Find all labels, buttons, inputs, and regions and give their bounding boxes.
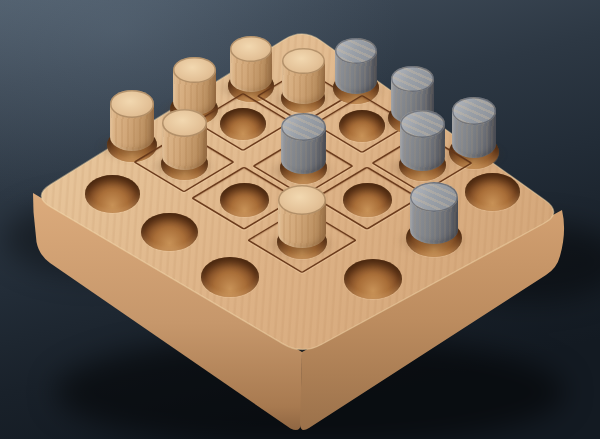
peg-gray-storage-ne-3[interactable] — [452, 97, 496, 160]
storage-w-corner[interactable] — [85, 175, 140, 212]
peg-gray-storage-ne-1[interactable] — [335, 38, 377, 96]
peg-top-face — [278, 185, 326, 215]
peg-gray-grid-cell-1-1[interactable] — [281, 113, 326, 176]
grid-cell-2-1[interactable] — [220, 183, 269, 216]
grid-cell-0-1[interactable] — [339, 110, 385, 141]
storage-sw-2[interactable] — [201, 257, 259, 296]
grid-cell-1-0[interactable] — [220, 108, 266, 139]
peg-light-grid-cell-2-0[interactable] — [162, 109, 207, 172]
peg-top-face — [173, 57, 216, 84]
peg-top-face — [391, 66, 434, 93]
peg-light-storage-nw-2[interactable] — [173, 57, 216, 117]
peg-gray-grid-cell-0-2[interactable] — [400, 110, 445, 173]
peg-top-face — [452, 97, 496, 124]
storage-sw-1[interactable] — [141, 213, 198, 252]
peg-top-face — [281, 113, 326, 141]
peg-top-face — [400, 110, 445, 138]
storage-se-2[interactable] — [344, 259, 402, 298]
peg-top-face — [162, 109, 207, 137]
peg-top-face — [282, 48, 325, 75]
peg-light-storage-nw-1[interactable] — [230, 36, 272, 94]
board-overlay — [0, 0, 600, 439]
peg-light-grid-cell-2-2[interactable] — [278, 185, 326, 250]
peg-gray-storage-se-1[interactable] — [410, 182, 458, 246]
photo-scene — [0, 0, 600, 439]
grid-cell-1-2[interactable] — [343, 183, 392, 216]
peg-light-grid-cell-0-0[interactable] — [282, 48, 325, 106]
peg-top-face — [110, 90, 154, 117]
peg-top-face — [335, 38, 377, 64]
peg-top-face — [410, 182, 458, 212]
peg-top-face — [230, 36, 272, 62]
storage-e-corner[interactable] — [465, 173, 520, 210]
peg-light-storage-nw-3[interactable] — [110, 90, 154, 153]
